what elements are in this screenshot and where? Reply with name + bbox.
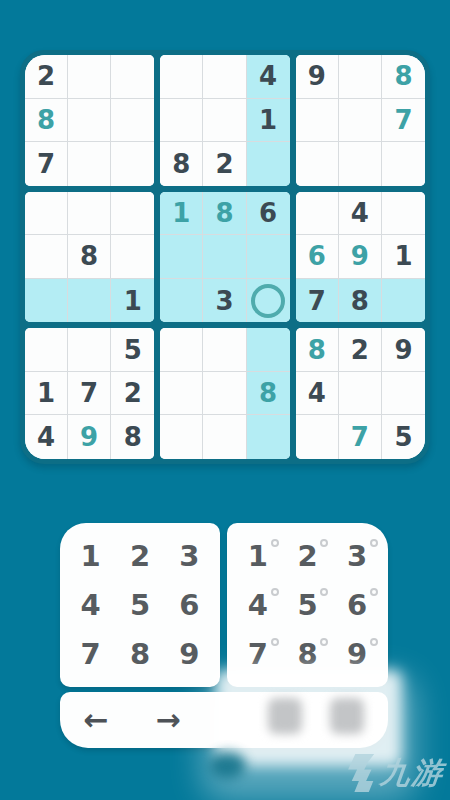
cell-r7c4[interactable] xyxy=(160,328,203,372)
cell-r9c8[interactable]: 7 xyxy=(339,415,382,459)
cell-r7c5[interactable] xyxy=(203,328,246,372)
cell-r4c4[interactable]: 1 xyxy=(160,192,203,236)
numpad-digit-9[interactable]: 9 xyxy=(165,630,214,679)
cell-r6c2[interactable] xyxy=(68,279,111,323)
cell-r1c6[interactable]: 4 xyxy=(247,55,290,99)
numpad-notes: 123456789 xyxy=(227,523,388,687)
cell-r2c1[interactable]: 8 xyxy=(25,99,68,143)
box-2: 4182 xyxy=(160,55,289,186)
cell-r5c1[interactable] xyxy=(25,235,68,279)
cell-r5c4[interactable] xyxy=(160,235,203,279)
numpad-digit-2[interactable]: 2 xyxy=(115,531,164,580)
cell-r3c1[interactable]: 7 xyxy=(25,142,68,186)
cell-r8c1[interactable]: 1 xyxy=(25,372,68,416)
cell-r4c2[interactable] xyxy=(68,192,111,236)
box-1: 287 xyxy=(25,55,154,186)
box-4: 81 xyxy=(25,192,154,323)
numpad-digit-6[interactable]: 6 xyxy=(165,580,214,629)
cell-r7c1[interactable] xyxy=(25,328,68,372)
prev-arrow-button[interactable]: ← xyxy=(76,705,116,735)
cell-r9c1[interactable]: 4 xyxy=(25,415,68,459)
cell-r4c7[interactable] xyxy=(296,192,339,236)
numpad-note-digit-5[interactable]: 5 xyxy=(283,580,333,629)
cell-r2c6[interactable]: 1 xyxy=(247,99,290,143)
cell-r1c8[interactable] xyxy=(339,55,382,99)
note-mode-ring-icon xyxy=(370,539,378,547)
numpad-normal: 123456789 xyxy=(60,523,220,687)
cell-r3c8[interactable] xyxy=(339,142,382,186)
cell-r9c3[interactable]: 8 xyxy=(111,415,154,459)
cell-r8c8[interactable] xyxy=(339,372,382,416)
cell-r9c4[interactable] xyxy=(160,415,203,459)
cell-r3c6[interactable] xyxy=(247,142,290,186)
cell-r4c1[interactable] xyxy=(25,192,68,236)
cell-r3c7[interactable] xyxy=(296,142,339,186)
cell-r3c4[interactable]: 8 xyxy=(160,142,203,186)
blurred-button-shape xyxy=(330,698,364,734)
blurred-teal-shape xyxy=(210,752,246,778)
cell-r6c1[interactable] xyxy=(25,279,68,323)
cell-r5c3[interactable] xyxy=(111,235,154,279)
cell-r2c3[interactable] xyxy=(111,99,154,143)
cell-r9c6[interactable] xyxy=(247,415,290,459)
cell-r7c8[interactable]: 2 xyxy=(339,328,382,372)
box-6: 469178 xyxy=(296,192,425,323)
cell-r2c8[interactable] xyxy=(339,99,382,143)
cell-r9c2[interactable]: 9 xyxy=(68,415,111,459)
cell-r7c9[interactable]: 9 xyxy=(382,328,425,372)
cell-r2c4[interactable] xyxy=(160,99,203,143)
cell-r5c9[interactable]: 1 xyxy=(382,235,425,279)
cell-r8c6[interactable]: 8 xyxy=(247,372,290,416)
sudoku-app: 287418298781186346917851724988829475 123… xyxy=(0,0,450,800)
cell-r1c4[interactable] xyxy=(160,55,203,99)
numpad-digit-4[interactable]: 4 xyxy=(66,580,115,629)
cell-r8c2[interactable]: 7 xyxy=(68,372,111,416)
cell-r1c9[interactable]: 8 xyxy=(382,55,425,99)
numpad-digit-3[interactable]: 3 xyxy=(165,531,214,580)
cell-r3c9[interactable] xyxy=(382,142,425,186)
cell-r5c5[interactable] xyxy=(203,235,246,279)
numpad-note-digit-3[interactable]: 3 xyxy=(332,531,382,580)
cell-r2c9[interactable]: 7 xyxy=(382,99,425,143)
box-9: 829475 xyxy=(296,328,425,459)
cell-r8c9[interactable] xyxy=(382,372,425,416)
cell-r6c7[interactable]: 7 xyxy=(296,279,339,323)
numpad-note-digit-1[interactable]: 1 xyxy=(233,531,283,580)
sudoku-board: 287418298781186346917851724988829475 xyxy=(20,50,430,464)
cell-r1c1[interactable]: 2 xyxy=(25,55,68,99)
note-mode-ring-icon xyxy=(320,539,328,547)
cell-r1c2[interactable] xyxy=(68,55,111,99)
cell-r2c7[interactable] xyxy=(296,99,339,143)
note-mode-ring-icon xyxy=(271,588,279,596)
note-mode-ring-icon xyxy=(370,588,378,596)
cell-r4c5[interactable]: 8 xyxy=(203,192,246,236)
cell-r2c2[interactable] xyxy=(68,99,111,143)
numpad-note-digit-6[interactable]: 6 xyxy=(332,580,382,629)
cell-r4c6[interactable]: 6 xyxy=(247,192,290,236)
cell-r5c7[interactable]: 6 xyxy=(296,235,339,279)
cell-r4c9[interactable] xyxy=(382,192,425,236)
cell-r8c5[interactable] xyxy=(203,372,246,416)
sudoku-board-grid: 287418298781186346917851724988829475 xyxy=(25,55,425,459)
box-8: 8 xyxy=(160,328,289,459)
cell-r3c2[interactable] xyxy=(68,142,111,186)
cell-r3c5[interactable]: 2 xyxy=(203,142,246,186)
cell-r9c9[interactable]: 5 xyxy=(382,415,425,459)
cell-r4c8[interactable]: 4 xyxy=(339,192,382,236)
cell-r6c5[interactable]: 3 xyxy=(203,279,246,323)
note-mode-ring-icon xyxy=(271,638,279,646)
cell-r1c5[interactable] xyxy=(203,55,246,99)
cell-r6c3[interactable]: 1 xyxy=(111,279,154,323)
note-mode-ring-icon xyxy=(370,638,378,646)
cell-r7c7[interactable]: 8 xyxy=(296,328,339,372)
numpad-note-digit-4[interactable]: 4 xyxy=(233,580,283,629)
cell-r1c3[interactable] xyxy=(111,55,154,99)
cell-r8c3[interactable]: 2 xyxy=(111,372,154,416)
cell-r4c3[interactable] xyxy=(111,192,154,236)
cell-r5c8[interactable]: 9 xyxy=(339,235,382,279)
note-mode-ring-icon xyxy=(320,638,328,646)
cell-r7c6[interactable] xyxy=(247,328,290,372)
cell-r3c3[interactable] xyxy=(111,142,154,186)
cell-r9c5[interactable] xyxy=(203,415,246,459)
blurred-region xyxy=(216,670,402,766)
cell-r5c2[interactable]: 8 xyxy=(68,235,111,279)
numpad-note-digit-2[interactable]: 2 xyxy=(283,531,333,580)
numpad-digit-5[interactable]: 5 xyxy=(115,580,164,629)
next-arrow-button[interactable]: → xyxy=(148,705,188,735)
numpad-digit-1[interactable]: 1 xyxy=(66,531,115,580)
cell-r8c7[interactable]: 4 xyxy=(296,372,339,416)
box-3: 987 xyxy=(296,55,425,186)
cell-r6c8[interactable]: 8 xyxy=(339,279,382,323)
note-mode-ring-icon xyxy=(271,539,279,547)
cell-r7c2[interactable] xyxy=(68,328,111,372)
cell-r6c6[interactable] xyxy=(247,279,290,323)
selected-cell-ring xyxy=(251,284,285,318)
blurred-button-shape xyxy=(268,698,302,734)
numpad-digit-8[interactable]: 8 xyxy=(115,630,164,679)
cell-r7c3[interactable]: 5 xyxy=(111,328,154,372)
cell-r9c7[interactable] xyxy=(296,415,339,459)
cell-r5c6[interactable] xyxy=(247,235,290,279)
box-7: 5172498 xyxy=(25,328,154,459)
numpad-digit-7[interactable]: 7 xyxy=(66,630,115,679)
cell-r8c4[interactable] xyxy=(160,372,203,416)
cell-r6c9[interactable] xyxy=(382,279,425,323)
cell-r6c4[interactable] xyxy=(160,279,203,323)
cell-r1c7[interactable]: 9 xyxy=(296,55,339,99)
note-mode-ring-icon xyxy=(320,588,328,596)
box-5: 1863 xyxy=(160,192,289,323)
cell-r2c5[interactable] xyxy=(203,99,246,143)
